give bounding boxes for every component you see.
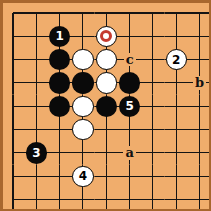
- intersection-r3c7: [141, 48, 164, 71]
- intersection-r2c4: [71, 25, 94, 48]
- intersection-r2c1: [1, 25, 24, 48]
- intersection-r2c5: [95, 25, 118, 48]
- intersection-r4c8: [165, 71, 188, 94]
- black-stone: [49, 96, 71, 118]
- white-stone: [96, 72, 118, 94]
- white-stone-4: 4: [72, 166, 94, 188]
- black-stone-1: 1: [49, 26, 71, 48]
- intersection-r7c4: [71, 141, 94, 164]
- intersection-r7c6: a: [118, 141, 141, 164]
- intersection-r6c6: [118, 118, 141, 141]
- intersection-r9c8: [165, 188, 188, 211]
- point-label-a: a: [123, 146, 135, 160]
- intersection-r3c3: [48, 48, 71, 71]
- intersection-r3c8: 2: [165, 48, 188, 71]
- intersection-r4c9: b: [188, 71, 211, 94]
- intersection-r7c5: [95, 141, 118, 164]
- intersection-r2c3: 1: [48, 25, 71, 48]
- intersection-r7c9: [188, 141, 211, 164]
- intersection-r7c1: [1, 141, 24, 164]
- go-board-diagram: 1c2b53a4: [0, 0, 211, 211]
- intersection-r5c8: [165, 95, 188, 118]
- intersection-r9c6: [118, 188, 141, 211]
- intersection-r1c3: [48, 1, 71, 24]
- intersection-r4c4: [71, 71, 94, 94]
- intersection-r1c8: [165, 1, 188, 24]
- intersection-r9c1: [1, 188, 24, 211]
- intersection-r7c3: [48, 141, 71, 164]
- intersection-r3c6: c: [118, 48, 141, 71]
- black-stone: [49, 72, 71, 94]
- black-stone: [72, 72, 94, 94]
- intersection-r5c2: [25, 95, 48, 118]
- intersection-r6c1: [1, 118, 24, 141]
- intersection-r1c2: [25, 1, 48, 24]
- intersection-r4c5: [95, 71, 118, 94]
- intersection-r4c3: [48, 71, 71, 94]
- intersection-r6c2: [25, 118, 48, 141]
- intersection-r6c9: [188, 118, 211, 141]
- intersection-r6c4: [71, 118, 94, 141]
- intersection-r5c3: [48, 95, 71, 118]
- intersection-r2c7: [141, 25, 164, 48]
- black-stone-5: 5: [119, 96, 141, 118]
- intersection-r5c4: [71, 95, 94, 118]
- board-grid: 1c2b53a4: [1, 1, 211, 211]
- intersection-r1c4: [71, 1, 94, 24]
- intersection-r9c2: [25, 188, 48, 211]
- intersection-r7c2: 3: [25, 141, 48, 164]
- intersection-r1c5: [95, 1, 118, 24]
- intersection-r4c7: [141, 71, 164, 94]
- intersection-r3c2: [25, 48, 48, 71]
- intersection-r3c4: [71, 48, 94, 71]
- intersection-r5c5: [95, 95, 118, 118]
- intersection-r8c3: [48, 165, 71, 188]
- circle-mark-icon: [100, 30, 112, 42]
- intersection-r2c2: [25, 25, 48, 48]
- intersection-r9c4: [71, 188, 94, 211]
- white-stone-marked: [96, 26, 118, 48]
- intersection-r1c7: [141, 1, 164, 24]
- intersection-r5c6: 5: [118, 95, 141, 118]
- intersection-r5c1: [1, 95, 24, 118]
- point-label-c: c: [124, 53, 136, 67]
- intersection-r8c8: [165, 165, 188, 188]
- intersection-r4c2: [25, 71, 48, 94]
- intersection-r7c8: [165, 141, 188, 164]
- intersection-r8c2: [25, 165, 48, 188]
- white-stone: [72, 119, 94, 141]
- white-stone-2: 2: [166, 49, 188, 71]
- intersection-r3c5: [95, 48, 118, 71]
- intersection-r3c1: [1, 48, 24, 71]
- intersection-r9c5: [95, 188, 118, 211]
- intersection-r9c7: [141, 188, 164, 211]
- intersection-r8c4: 4: [71, 165, 94, 188]
- intersection-r6c3: [48, 118, 71, 141]
- intersection-r4c1: [1, 71, 24, 94]
- intersection-r6c8: [165, 118, 188, 141]
- intersection-r7c7: [141, 141, 164, 164]
- intersection-r3c9: [188, 48, 211, 71]
- intersection-r9c9: [188, 188, 211, 211]
- white-stone: [72, 49, 94, 71]
- black-stone: [49, 49, 71, 71]
- black-stone: [96, 96, 118, 118]
- intersection-r4c6: [118, 71, 141, 94]
- black-stone: [119, 72, 141, 94]
- intersection-r2c8: [165, 25, 188, 48]
- intersection-r8c6: [118, 165, 141, 188]
- intersection-r6c5: [95, 118, 118, 141]
- intersection-r6c7: [141, 118, 164, 141]
- white-stone: [96, 49, 118, 71]
- black-stone-3: 3: [26, 142, 48, 164]
- intersection-r8c9: [188, 165, 211, 188]
- intersection-r5c7: [141, 95, 164, 118]
- intersection-r2c6: [118, 25, 141, 48]
- intersection-r1c1: [1, 1, 24, 24]
- intersection-r9c3: [48, 188, 71, 211]
- intersection-r8c7: [141, 165, 164, 188]
- intersection-r8c1: [1, 165, 24, 188]
- intersection-r2c9: [188, 25, 211, 48]
- intersection-r1c6: [118, 1, 141, 24]
- intersection-r1c9: [188, 1, 211, 24]
- point-label-b: b: [193, 76, 206, 90]
- intersection-r8c5: [95, 165, 118, 188]
- intersection-r5c9: [188, 95, 211, 118]
- white-stone: [72, 96, 94, 118]
